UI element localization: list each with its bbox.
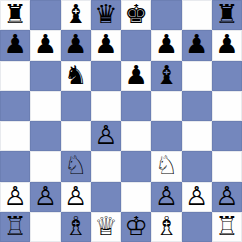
square-b5[interactable] bbox=[30, 91, 60, 121]
white-pawn-icon: ♙ bbox=[3, 183, 26, 209]
white-bishop-icon: ♗ bbox=[64, 213, 87, 239]
square-b2[interactable]: ♙ bbox=[30, 182, 60, 212]
square-e1[interactable]: ♔ bbox=[121, 212, 151, 242]
square-a4[interactable] bbox=[0, 121, 30, 151]
square-b3[interactable] bbox=[30, 151, 60, 181]
square-a6[interactable] bbox=[0, 61, 30, 91]
black-pawn-icon: ♟ bbox=[3, 31, 26, 57]
black-pawn-icon: ♟ bbox=[94, 31, 117, 57]
square-g8[interactable] bbox=[182, 0, 212, 30]
square-g5[interactable] bbox=[182, 91, 212, 121]
square-d5[interactable] bbox=[91, 91, 121, 121]
square-c8[interactable]: ♝ bbox=[61, 0, 91, 30]
square-f7[interactable]: ♟ bbox=[151, 30, 181, 60]
square-d7[interactable]: ♟ bbox=[91, 30, 121, 60]
square-h7[interactable]: ♟ bbox=[212, 30, 242, 60]
square-b8[interactable] bbox=[30, 0, 60, 30]
white-rook-icon: ♖ bbox=[215, 213, 238, 239]
square-e8[interactable]: ♚ bbox=[121, 0, 151, 30]
square-c2[interactable]: ♙ bbox=[61, 182, 91, 212]
black-king-icon: ♚ bbox=[124, 1, 147, 27]
black-queen-icon: ♛ bbox=[94, 1, 117, 27]
white-pawn-icon: ♙ bbox=[185, 183, 208, 209]
square-c4[interactable] bbox=[61, 121, 91, 151]
black-pawn-icon: ♟ bbox=[124, 62, 147, 88]
white-pawn-icon: ♙ bbox=[155, 183, 178, 209]
square-f2[interactable]: ♙ bbox=[151, 182, 181, 212]
square-h2[interactable]: ♙ bbox=[212, 182, 242, 212]
black-knight-icon: ♞ bbox=[64, 62, 87, 88]
square-c7[interactable]: ♟ bbox=[61, 30, 91, 60]
square-c5[interactable] bbox=[61, 91, 91, 121]
square-h5[interactable] bbox=[212, 91, 242, 121]
white-queen-icon: ♕ bbox=[94, 213, 117, 239]
black-rook-icon: ♜ bbox=[215, 1, 238, 27]
square-f5[interactable] bbox=[151, 91, 181, 121]
black-rook-icon: ♜ bbox=[3, 1, 26, 27]
square-f3[interactable]: ♘ bbox=[151, 151, 181, 181]
square-g2[interactable]: ♙ bbox=[182, 182, 212, 212]
square-h6[interactable] bbox=[212, 61, 242, 91]
square-d2[interactable] bbox=[91, 182, 121, 212]
square-a3[interactable] bbox=[0, 151, 30, 181]
square-a1[interactable]: ♖ bbox=[0, 212, 30, 242]
square-g3[interactable] bbox=[182, 151, 212, 181]
square-e5[interactable] bbox=[121, 91, 151, 121]
square-d6[interactable] bbox=[91, 61, 121, 91]
square-e3[interactable] bbox=[121, 151, 151, 181]
black-pawn-icon: ♟ bbox=[215, 31, 238, 57]
square-a2[interactable]: ♙ bbox=[0, 182, 30, 212]
white-king-icon: ♔ bbox=[124, 213, 147, 239]
square-g4[interactable] bbox=[182, 121, 212, 151]
square-d1[interactable]: ♕ bbox=[91, 212, 121, 242]
square-h8[interactable]: ♜ bbox=[212, 0, 242, 30]
white-pawn-icon: ♙ bbox=[34, 183, 57, 209]
square-d3[interactable] bbox=[91, 151, 121, 181]
square-b6[interactable] bbox=[30, 61, 60, 91]
square-c1[interactable]: ♗ bbox=[61, 212, 91, 242]
black-bishop-icon: ♝ bbox=[155, 62, 178, 88]
black-pawn-icon: ♟ bbox=[34, 31, 57, 57]
white-pawn-icon: ♙ bbox=[215, 183, 238, 209]
square-d8[interactable]: ♛ bbox=[91, 0, 121, 30]
square-h3[interactable] bbox=[212, 151, 242, 181]
square-e2[interactable] bbox=[121, 182, 151, 212]
white-pawn-icon: ♙ bbox=[94, 122, 117, 148]
white-rook-icon: ♖ bbox=[3, 213, 26, 239]
white-knight-icon: ♘ bbox=[155, 152, 178, 178]
chess-board: ♜♝♛♚♜♟♟♟♟♟♟♟♞♟♝♙♘♘♙♙♙♙♙♙♖♗♕♔♗♖ bbox=[0, 0, 242, 242]
square-c6[interactable]: ♞ bbox=[61, 61, 91, 91]
square-c3[interactable]: ♘ bbox=[61, 151, 91, 181]
square-h4[interactable] bbox=[212, 121, 242, 151]
square-g1[interactable] bbox=[182, 212, 212, 242]
square-b4[interactable] bbox=[30, 121, 60, 151]
square-e7[interactable] bbox=[121, 30, 151, 60]
square-f8[interactable] bbox=[151, 0, 181, 30]
square-d4[interactable]: ♙ bbox=[91, 121, 121, 151]
black-pawn-icon: ♟ bbox=[64, 31, 87, 57]
square-a8[interactable]: ♜ bbox=[0, 0, 30, 30]
square-h1[interactable]: ♖ bbox=[212, 212, 242, 242]
white-pawn-icon: ♙ bbox=[64, 183, 87, 209]
square-e4[interactable] bbox=[121, 121, 151, 151]
black-bishop-icon: ♝ bbox=[64, 1, 87, 27]
square-g7[interactable]: ♟ bbox=[182, 30, 212, 60]
square-e6[interactable]: ♟ bbox=[121, 61, 151, 91]
square-b1[interactable] bbox=[30, 212, 60, 242]
square-a7[interactable]: ♟ bbox=[0, 30, 30, 60]
white-knight-icon: ♘ bbox=[64, 152, 87, 178]
square-g6[interactable] bbox=[182, 61, 212, 91]
square-f6[interactable]: ♝ bbox=[151, 61, 181, 91]
square-f4[interactable] bbox=[151, 121, 181, 151]
black-pawn-icon: ♟ bbox=[155, 31, 178, 57]
square-a5[interactable] bbox=[0, 91, 30, 121]
square-f1[interactable]: ♗ bbox=[151, 212, 181, 242]
black-pawn-icon: ♟ bbox=[185, 31, 208, 57]
square-b7[interactable]: ♟ bbox=[30, 30, 60, 60]
white-bishop-icon: ♗ bbox=[155, 213, 178, 239]
